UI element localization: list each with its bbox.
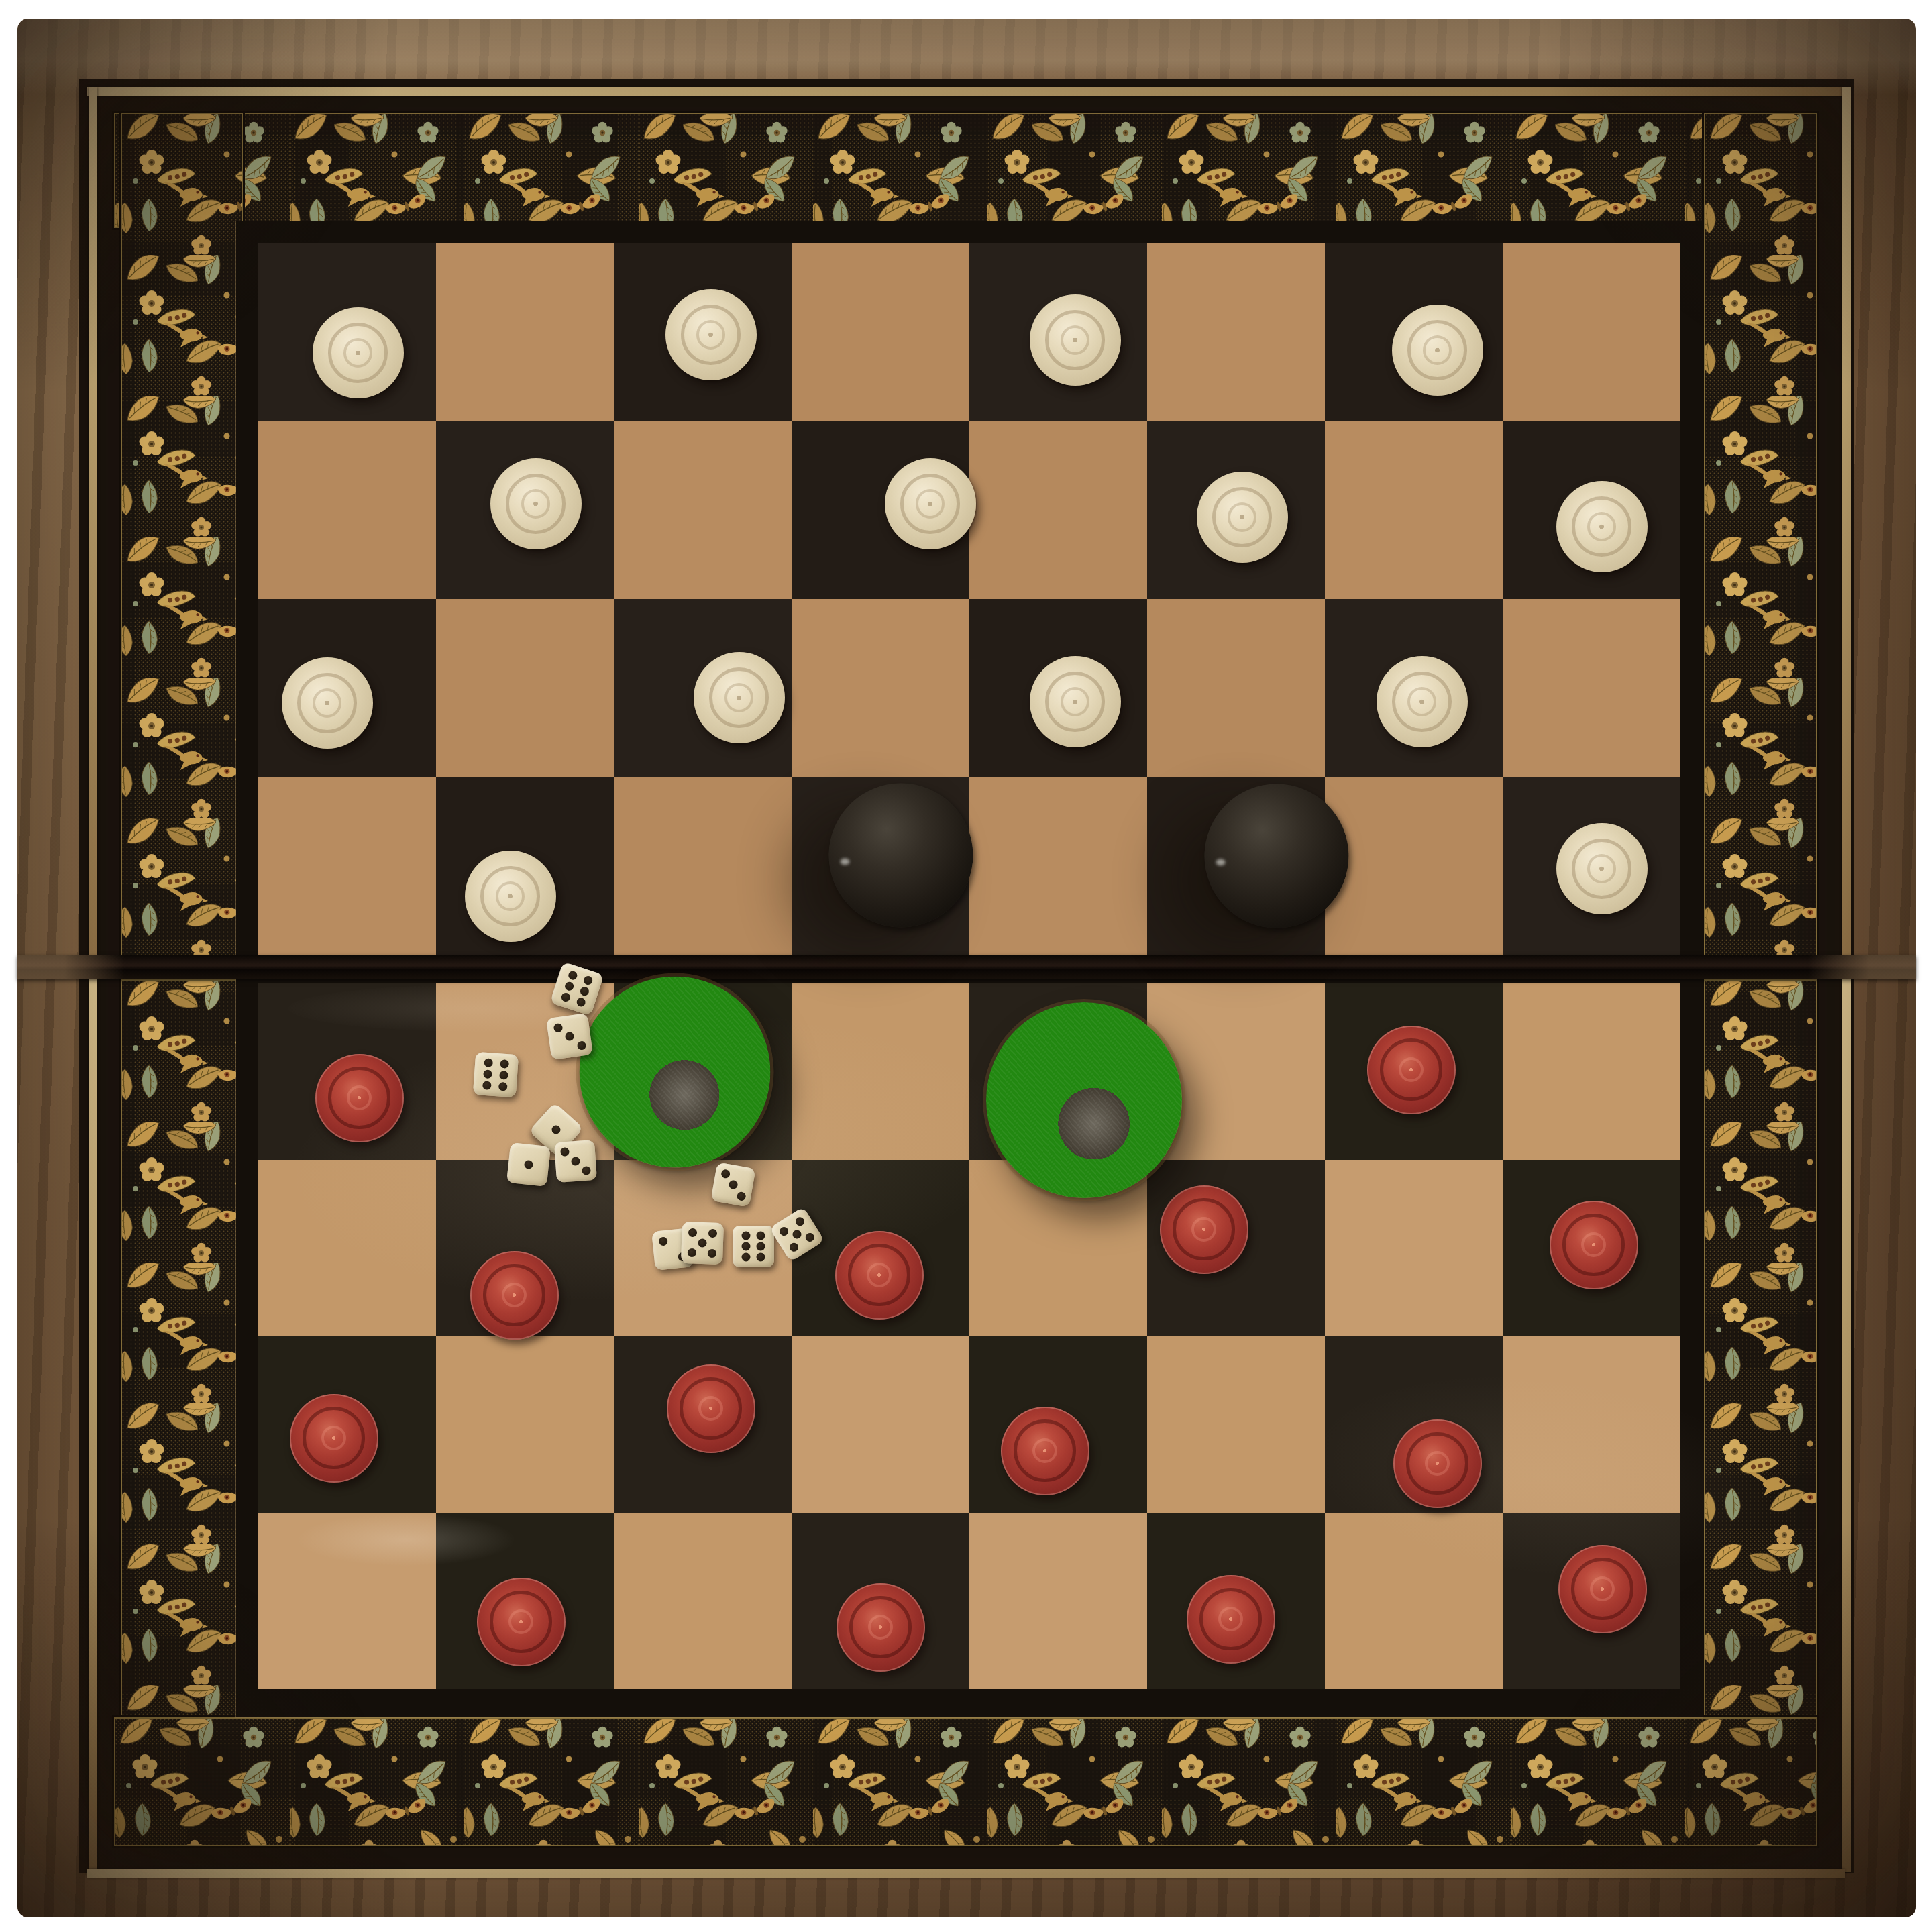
die-pip (698, 1238, 706, 1247)
die-pip (576, 1040, 586, 1051)
white-man-r2c4[interactable] (885, 458, 976, 549)
die-pip (524, 1160, 533, 1169)
die-pip (688, 1228, 697, 1237)
die-pip (565, 1032, 575, 1042)
square-r2c3-light[interactable] (614, 421, 792, 600)
red-man-r7c5[interactable] (1001, 1407, 1089, 1495)
red-man-r5c1[interactable] (315, 1054, 404, 1142)
die-pip (688, 1248, 696, 1257)
square-r8c1-light[interactable] (258, 1513, 436, 1689)
red-man-r8c4[interactable] (837, 1583, 925, 1672)
red-man-r7c3[interactable] (667, 1364, 755, 1453)
gilt-bead-top (87, 87, 1845, 96)
floral-border-left-bottom-panel (121, 979, 243, 1846)
white-man-r1c3[interactable] (665, 289, 757, 380)
white-man-r3c7[interactable] (1377, 656, 1468, 747)
die-6-showing-3[interactable] (554, 1140, 597, 1183)
square-r8c7-light[interactable] (1325, 1513, 1503, 1689)
white-man-r1c1[interactable] (313, 307, 404, 398)
die-5-showing-1[interactable] (506, 1142, 551, 1187)
floral-border-right-bottom-panel (1704, 979, 1817, 1846)
white-man-r3c5[interactable] (1030, 656, 1121, 747)
die-3-showing-6[interactable] (473, 1052, 519, 1097)
gilt-bead-right-bottom-panel (1842, 979, 1851, 1872)
gilt-bead-left-bottom-panel (89, 979, 97, 1872)
square-r1c4-light[interactable] (792, 243, 969, 421)
die-pip (741, 1231, 750, 1240)
square-r7c4-light[interactable] (792, 1336, 969, 1513)
red-man-r5c7[interactable] (1367, 1026, 1456, 1114)
die-pip (564, 981, 575, 991)
floral-border-left-top-panel (121, 113, 243, 958)
white-man-r3c3[interactable] (694, 652, 785, 743)
die-pip (659, 1236, 668, 1246)
square-r4c7-light[interactable] (1325, 777, 1503, 956)
die-pip (482, 1081, 492, 1090)
square-r4c3-light[interactable] (614, 777, 792, 956)
square-r3c4-light[interactable] (792, 599, 969, 777)
square-r3c8-light[interactable] (1503, 599, 1680, 777)
white-man-r1c5[interactable] (1030, 294, 1121, 386)
dice-cup-1[interactable] (828, 784, 973, 928)
die-pip (720, 1169, 731, 1179)
gilt-bead-right-top-panel (1842, 87, 1851, 955)
die-pip (582, 975, 593, 986)
square-r3c6-light[interactable] (1147, 599, 1325, 777)
dice-cup-4[interactable] (986, 1002, 1182, 1198)
red-man-r6c2[interactable] (470, 1251, 559, 1340)
floral-border-bottom (114, 1717, 1817, 1846)
square-r8c5-light[interactable] (969, 1513, 1147, 1689)
die-pip (757, 1242, 765, 1251)
white-man-r4c8[interactable] (1556, 823, 1648, 914)
square-r4c1-light[interactable] (258, 777, 436, 956)
square-r2c5-light[interactable] (969, 421, 1147, 600)
die-pip (553, 1022, 563, 1032)
square-r5c8-light[interactable] (1503, 983, 1680, 1160)
die-pip (500, 1059, 509, 1069)
white-man-r1c7[interactable] (1392, 305, 1483, 396)
square-r5c4-light[interactable] (792, 983, 969, 1160)
square-r3c2-light[interactable] (436, 599, 614, 777)
die-pip (568, 970, 578, 981)
hinge-gap (17, 955, 1916, 979)
square-r7c6-light[interactable] (1147, 1336, 1325, 1513)
die-pip (498, 1081, 507, 1091)
die-pip (579, 985, 590, 996)
square-r8c3-light[interactable] (614, 1513, 792, 1689)
red-man-r8c8[interactable] (1558, 1545, 1647, 1633)
die-pip (582, 1166, 591, 1175)
die-pip (741, 1253, 750, 1262)
square-r7c2-light[interactable] (436, 1336, 614, 1513)
gilt-bead-left-top-panel (89, 87, 97, 955)
floral-border-top (114, 113, 1817, 228)
die-pip (708, 1249, 716, 1258)
square-r2c7-light[interactable] (1325, 421, 1503, 600)
die-pip (794, 1215, 806, 1227)
square-r1c8-light[interactable] (1503, 243, 1680, 421)
floral-border-right-top-panel (1704, 113, 1817, 958)
die-pip (736, 1191, 746, 1201)
square-r1c2-light[interactable] (436, 243, 614, 421)
die-pip (741, 1242, 750, 1251)
red-man-r7c1[interactable] (290, 1394, 378, 1483)
red-man-r6c4[interactable] (835, 1231, 924, 1320)
dice-cup-3[interactable] (579, 976, 770, 1167)
die-pip (484, 1059, 494, 1068)
die-pip (560, 1147, 570, 1157)
die-pip (499, 1071, 508, 1080)
die-2-showing-3[interactable] (546, 1013, 593, 1060)
die-pip (550, 1124, 562, 1136)
die-pip (484, 1069, 493, 1079)
die-pip (757, 1231, 765, 1240)
die-9-showing-5[interactable] (681, 1222, 724, 1265)
photo-backdrop (0, 0, 1932, 1932)
die-pip (571, 1157, 580, 1166)
die-pip (777, 1225, 790, 1237)
white-man-r2c6[interactable] (1197, 472, 1288, 563)
die-10-showing-6[interactable] (733, 1226, 774, 1267)
square-r6c1-light[interactable] (258, 1160, 436, 1336)
die-pip (804, 1232, 816, 1244)
red-man-r8c6[interactable] (1187, 1575, 1275, 1664)
die-7-showing-3[interactable] (710, 1162, 755, 1207)
dice-cup-2[interactable] (1204, 784, 1348, 928)
square-r2c1-light[interactable] (258, 421, 436, 600)
red-man-r6c8[interactable] (1550, 1201, 1638, 1289)
square-r7c8-light[interactable] (1503, 1336, 1680, 1513)
white-man-r2c2[interactable] (490, 458, 582, 549)
square-r1c6-light[interactable] (1147, 243, 1325, 421)
die-pip (788, 1242, 800, 1254)
white-man-r4c2[interactable] (465, 851, 556, 942)
red-man-r6c6[interactable] (1160, 1185, 1248, 1274)
white-man-r3c1[interactable] (282, 657, 373, 749)
square-r6c7-light[interactable] (1325, 1160, 1503, 1336)
die-pip (791, 1228, 803, 1240)
gilt-bead-bottom (87, 1869, 1845, 1878)
red-man-r7c7[interactable] (1393, 1419, 1482, 1508)
checkerboard-bottom-half (258, 983, 1680, 1689)
die-pip (576, 996, 586, 1007)
white-man-r2c8[interactable] (1556, 481, 1648, 572)
square-r4c5-light[interactable] (969, 777, 1147, 956)
red-man-r8c2[interactable] (477, 1578, 566, 1666)
die-pip (561, 991, 572, 1002)
die-pip (728, 1179, 738, 1189)
die-pip (757, 1253, 765, 1262)
die-pip (708, 1229, 717, 1238)
